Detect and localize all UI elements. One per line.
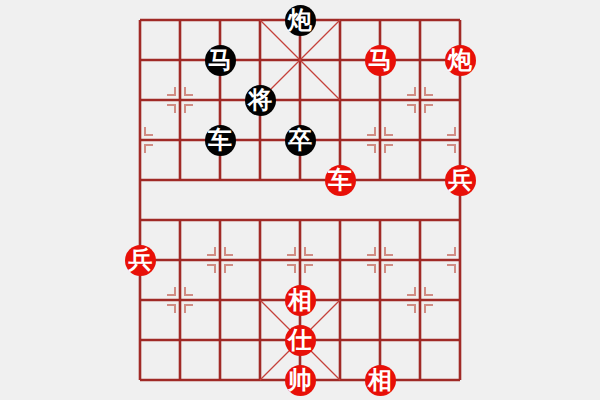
piece-red-elephant-right[interactable]: 相 — [365, 365, 396, 396]
piece-red-soldier-left[interactable]: 兵 — [125, 245, 156, 276]
piece-black-horse[interactable]: 马 — [205, 45, 236, 76]
piece-red-general[interactable]: 帅 — [285, 365, 316, 396]
piece-red-elephant-center[interactable]: 相 — [285, 285, 316, 316]
piece-black-chariot[interactable]: 车 — [205, 125, 236, 156]
piece-black-soldier[interactable]: 卒 — [285, 125, 316, 156]
piece-red-soldier-right[interactable]: 兵 — [445, 165, 476, 196]
piece-red-advisor[interactable]: 仕 — [285, 325, 316, 356]
piece-black-cannon[interactable]: 炮 — [285, 5, 316, 36]
piece-red-horse[interactable]: 马 — [365, 45, 396, 76]
piece-red-chariot[interactable]: 车 — [325, 165, 356, 196]
xiangqi-board[interactable]: 炮马马炮将车卒车兵兵相仕帅相 — [140, 20, 460, 380]
piece-black-general[interactable]: 将 — [245, 85, 276, 116]
piece-red-cannon[interactable]: 炮 — [445, 45, 476, 76]
xiangqi-diagram: 炮马马炮将车卒车兵兵相仕帅相 — [0, 0, 600, 400]
